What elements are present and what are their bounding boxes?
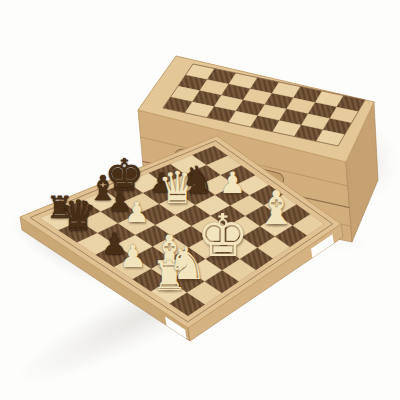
chess-piece-light-king: ♚ xyxy=(197,207,250,266)
chess-piece-dark-queen: ♛ xyxy=(59,195,97,237)
chess-piece-dark-knight: ♞ xyxy=(181,162,215,200)
chess-piece-light-pawn-3: ♟ xyxy=(119,241,147,272)
chess-piece-light-pawn-1: ♟ xyxy=(124,199,149,227)
chess-piece-light-pawn-2: ♟ xyxy=(219,169,246,199)
chess-piece-light-bishop-2: ♝ xyxy=(256,185,297,231)
chess-set-product-photo: ♜♝♚♛♟♟♟♛♞♟♟♟♝♜♞♚♝ xyxy=(0,0,400,400)
